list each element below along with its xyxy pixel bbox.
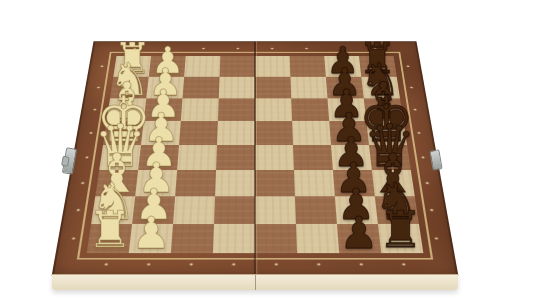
square[interactable] — [296, 224, 339, 253]
square[interactable] — [255, 77, 291, 99]
board-side-edge — [52, 274, 458, 290]
square[interactable] — [177, 145, 217, 170]
square[interactable] — [255, 196, 296, 224]
square[interactable] — [295, 196, 337, 224]
square[interactable] — [218, 98, 255, 121]
product-photo-stage: ♜♟♟♜♞♟♟♞♝♟♟♝♚♟♟♚♛♟♟♛♝♟♟♝♞♟♟♞♜♟♟♜ — [0, 0, 541, 304]
frame-dot — [271, 48, 274, 50]
square[interactable] — [294, 170, 335, 196]
frame-dot — [104, 263, 108, 265]
frame-dot — [236, 48, 239, 50]
square[interactable] — [179, 121, 218, 145]
square[interactable] — [255, 121, 293, 145]
square[interactable] — [292, 121, 331, 145]
square[interactable] — [255, 170, 295, 196]
square[interactable] — [217, 121, 255, 145]
piece-black-pawn[interactable]: ♟ — [339, 211, 378, 255]
square[interactable] — [219, 77, 255, 99]
side-fold-seam — [255, 275, 256, 290]
frame-dot — [81, 182, 84, 184]
piece-white-rook[interactable]: ♜ — [87, 205, 132, 255]
frame-dot — [435, 237, 439, 239]
square[interactable] — [255, 98, 292, 121]
frame-dot — [426, 182, 429, 184]
square[interactable] — [181, 98, 219, 121]
square[interactable] — [293, 145, 333, 170]
square[interactable] — [184, 56, 220, 77]
frame-dot — [430, 209, 434, 211]
frame-dot — [359, 263, 363, 265]
square[interactable] — [255, 56, 290, 77]
frame-dot — [202, 48, 205, 50]
frame-dot — [189, 263, 192, 265]
square[interactable] — [173, 196, 215, 224]
piece-black-rook[interactable]: ♜ — [378, 205, 423, 255]
frame-dot — [72, 237, 76, 239]
square[interactable] — [183, 77, 220, 99]
frame-dot — [85, 156, 88, 158]
frame-dot — [232, 263, 235, 265]
square[interactable] — [216, 145, 255, 170]
square[interactable] — [255, 145, 294, 170]
square[interactable] — [214, 196, 255, 224]
square[interactable] — [290, 77, 327, 99]
right-clasp-latch[interactable] — [429, 149, 442, 170]
frame-dot — [100, 65, 103, 67]
frame-dot — [77, 209, 81, 211]
frame-dot — [417, 132, 420, 134]
frame-dot — [275, 263, 278, 265]
square[interactable] — [175, 170, 216, 196]
frame-dot — [89, 132, 92, 134]
frame-dot — [421, 156, 424, 158]
square[interactable] — [291, 98, 329, 121]
frame-dot — [402, 263, 406, 265]
frame-dot — [317, 263, 320, 265]
frame-dot — [147, 263, 151, 265]
square[interactable] — [220, 56, 255, 77]
frame-dot — [305, 48, 308, 50]
frame-dot — [406, 65, 409, 67]
square[interactable] — [255, 224, 297, 253]
square[interactable] — [171, 224, 214, 253]
square[interactable] — [290, 56, 326, 77]
square[interactable] — [215, 170, 255, 196]
square[interactable] — [213, 224, 255, 253]
piece-white-pawn[interactable]: ♟ — [132, 211, 171, 255]
